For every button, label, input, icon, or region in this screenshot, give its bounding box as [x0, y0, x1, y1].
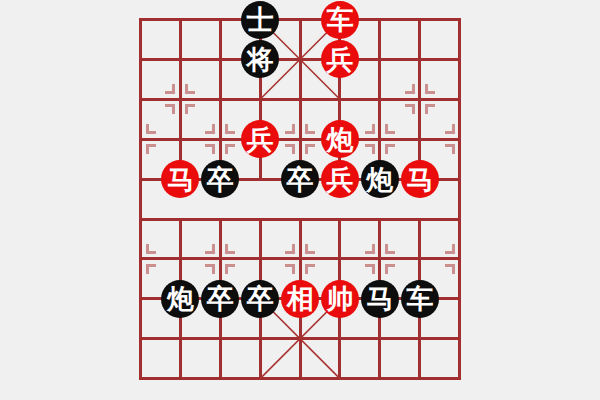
position-marker	[385, 244, 388, 254]
position-marker	[292, 144, 295, 154]
grid-line	[179, 18, 182, 181]
position-marker	[212, 244, 215, 254]
grid-line	[378, 18, 381, 181]
black-soldier[interactable]: 卒	[201, 280, 239, 318]
position-marker	[425, 104, 428, 114]
position-marker	[172, 84, 175, 94]
position-marker	[146, 244, 149, 254]
black-cannon[interactable]: 炮	[161, 280, 199, 318]
red-general[interactable]: 帅	[321, 280, 359, 318]
position-marker	[305, 124, 308, 134]
red-soldier[interactable]: 兵	[321, 40, 359, 78]
position-marker	[292, 124, 295, 134]
position-marker	[146, 124, 149, 134]
position-marker	[146, 144, 149, 154]
position-marker	[425, 84, 428, 94]
red-cannon[interactable]: 炮	[321, 120, 359, 158]
xiangqi-puzzle-page: 士车将兵兵炮马卒卒兵炮马炮卒卒相帅马车	[0, 0, 600, 400]
position-marker	[185, 84, 188, 94]
position-marker	[212, 264, 215, 274]
black-advisor[interactable]: 士	[241, 1, 279, 39]
position-marker	[305, 144, 308, 154]
black-chariot[interactable]: 车	[401, 280, 439, 318]
red-horse[interactable]: 马	[161, 160, 199, 198]
red-soldier[interactable]: 兵	[321, 160, 359, 198]
position-marker	[452, 144, 455, 154]
position-marker	[452, 244, 455, 254]
position-marker	[225, 124, 228, 134]
position-marker	[225, 244, 228, 254]
position-marker	[452, 124, 455, 134]
red-chariot[interactable]: 车	[321, 1, 359, 39]
position-marker	[372, 144, 375, 154]
black-general[interactable]: 将	[241, 40, 279, 78]
position-marker	[172, 104, 175, 114]
position-marker	[305, 244, 308, 254]
position-marker	[372, 124, 375, 134]
position-marker	[452, 264, 455, 274]
position-marker	[412, 104, 415, 114]
black-cannon[interactable]: 炮	[361, 160, 399, 198]
grid-line	[418, 18, 421, 181]
position-marker	[292, 244, 295, 254]
position-marker	[292, 264, 295, 274]
red-elephant[interactable]: 相	[281, 280, 319, 318]
grid-line	[219, 18, 222, 181]
grid-line	[139, 18, 142, 380]
red-soldier[interactable]: 兵	[241, 120, 279, 158]
position-marker	[212, 144, 215, 154]
position-marker	[385, 144, 388, 154]
black-soldier[interactable]: 卒	[241, 280, 279, 318]
grid-line	[299, 18, 302, 181]
position-marker	[185, 104, 188, 114]
grid-line	[458, 18, 461, 380]
red-horse[interactable]: 马	[401, 160, 439, 198]
position-marker	[212, 124, 215, 134]
position-marker	[225, 264, 228, 274]
position-marker	[385, 264, 388, 274]
xiangqi-board: 士车将兵兵炮马卒卒兵炮马炮卒卒相帅马车	[0, 0, 600, 400]
position-marker	[372, 244, 375, 254]
position-marker	[412, 84, 415, 94]
position-marker	[372, 264, 375, 274]
position-marker	[385, 124, 388, 134]
position-marker	[305, 264, 308, 274]
black-soldier[interactable]: 卒	[201, 160, 239, 198]
position-marker	[225, 144, 228, 154]
position-marker	[146, 264, 149, 274]
black-soldier[interactable]: 卒	[281, 160, 319, 198]
black-horse[interactable]: 马	[361, 280, 399, 318]
